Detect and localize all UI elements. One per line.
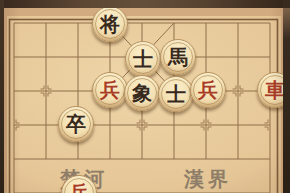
piece-character: 卒 (59, 107, 93, 141)
piece-red-soldier[interactable]: 兵 (190, 72, 226, 108)
screen-edge-right (283, 0, 290, 193)
piece-black-soldier[interactable]: 卒 (58, 106, 94, 142)
screen-edge-left (0, 0, 4, 193)
piece-character: 兵 (93, 73, 127, 107)
screen-edge-top (0, 0, 290, 8)
pieces-layer: 将士馬兵象士兵車卒兵 (0, 6, 286, 193)
piece-black-advisor[interactable]: 士 (125, 41, 161, 77)
piece-character: 士 (126, 42, 160, 76)
piece-black-horse[interactable]: 馬 (160, 39, 196, 75)
piece-character: 兵 (62, 176, 96, 193)
piece-character: 将 (93, 7, 127, 41)
piece-red-soldier[interactable]: 兵 (92, 72, 128, 108)
piece-black-general[interactable]: 将 (92, 6, 128, 42)
piece-character: 馬 (161, 40, 195, 74)
game-screen: 楚河 漢界 将士馬兵象士兵車卒兵 (0, 0, 290, 193)
piece-black-elephant[interactable]: 象 (124, 75, 160, 111)
piece-red-soldier[interactable]: 兵 (61, 175, 97, 193)
piece-character: 兵 (191, 73, 225, 107)
piece-character: 士 (159, 77, 193, 111)
piece-black-advisor[interactable]: 士 (158, 76, 194, 112)
piece-character: 象 (125, 76, 159, 110)
